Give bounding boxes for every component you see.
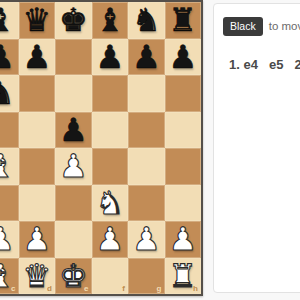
square-g7[interactable]: ♟ [128, 39, 165, 76]
square-e3[interactable] [55, 185, 92, 222]
white-pawn-c2[interactable]: ♟ [0, 221, 19, 258]
square-f1[interactable]: f [92, 258, 129, 295]
black-king-e8[interactable]: ♚ [55, 2, 92, 39]
square-g8[interactable]: ♞ [128, 2, 165, 39]
square-d7[interactable]: ♟ [19, 39, 56, 76]
square-g1[interactable]: g [128, 258, 165, 295]
turn-status-row: Black to move [223, 17, 300, 36]
black-rook-h8[interactable]: ♜ [165, 2, 202, 39]
square-h1[interactable]: h♜ [165, 258, 202, 295]
square-c3[interactable] [0, 185, 19, 222]
square-f7[interactable]: ♟ [92, 39, 129, 76]
white-king-e1[interactable]: ♚ [55, 258, 92, 295]
black-pawn-c7[interactable]: ♟ [0, 39, 19, 76]
board: ♜♝♛♚♝♞♜♟♟♟♟♟♟♟♞♟♝♟♞♟♟♟♟♟♟♟a♜b♞c♝d♛e♚fgh♜ [0, 2, 201, 294]
black-pawn-d7[interactable]: ♟ [19, 39, 56, 76]
white-bishop-c4[interactable]: ♝ [0, 148, 19, 185]
white-knight-f3[interactable]: ♞ [92, 185, 129, 222]
square-f4[interactable] [92, 148, 129, 185]
black-knight-g8[interactable]: ♞ [128, 2, 165, 39]
square-h6[interactable] [165, 75, 202, 112]
square-g2[interactable]: ♟ [128, 221, 165, 258]
square-e7[interactable] [55, 39, 92, 76]
black-pawn-g7[interactable]: ♟ [128, 39, 165, 76]
square-c7[interactable]: ♟ [0, 39, 19, 76]
black-pawn-e5[interactable]: ♟ [55, 112, 92, 149]
square-f3[interactable]: ♞ [92, 185, 129, 222]
move-list: 1. e4e52. N [229, 57, 300, 72]
square-d4[interactable] [19, 148, 56, 185]
square-e6[interactable] [55, 75, 92, 112]
square-d3[interactable] [19, 185, 56, 222]
white-bishop-c1[interactable]: ♝ [0, 258, 19, 295]
black-queen-d8[interactable]: ♛ [19, 2, 56, 39]
black-pawn-f7[interactable]: ♟ [92, 39, 129, 76]
square-d8[interactable]: ♛ [19, 2, 56, 39]
square-f8[interactable]: ♝ [92, 2, 129, 39]
square-e4[interactable]: ♟ [55, 148, 92, 185]
black-pawn-h7[interactable]: ♟ [165, 39, 202, 76]
square-e8[interactable]: ♚ [55, 2, 92, 39]
chess-board-frame: ♜♝♛♚♝♞♜♟♟♟♟♟♟♟♞♟♝♟♞♟♟♟♟♟♟♟a♜b♞c♝d♛e♚fgh♜ [0, 0, 203, 296]
black-knight-c6[interactable]: ♞ [0, 75, 19, 112]
square-h3[interactable] [165, 185, 202, 222]
white-rook-h1[interactable]: ♜ [165, 258, 202, 295]
square-e5[interactable]: ♟ [55, 112, 92, 149]
square-c8[interactable]: ♝ [0, 2, 19, 39]
square-c5[interactable] [0, 112, 19, 149]
square-f2[interactable]: ♟ [92, 221, 129, 258]
move-token-0[interactable]: 1. e4 [229, 57, 258, 72]
white-pawn-h2[interactable]: ♟ [165, 221, 202, 258]
square-h4[interactable] [165, 148, 202, 185]
white-pawn-f2[interactable]: ♟ [92, 221, 129, 258]
square-f5[interactable] [92, 112, 129, 149]
square-d6[interactable] [19, 75, 56, 112]
white-pawn-g2[interactable]: ♟ [128, 221, 165, 258]
move-token-1[interactable]: e5 [269, 57, 283, 72]
move-token-2[interactable]: 2. N [294, 57, 300, 72]
square-e2[interactable] [55, 221, 92, 258]
black-bishop-c8[interactable]: ♝ [0, 2, 19, 39]
white-pawn-e4[interactable]: ♟ [55, 148, 92, 185]
square-g6[interactable] [128, 75, 165, 112]
file-label-f: f [122, 285, 125, 293]
file-label-g: g [157, 285, 162, 293]
square-c2[interactable]: ♟ [0, 221, 19, 258]
square-d5[interactable] [19, 112, 56, 149]
square-g5[interactable] [128, 112, 165, 149]
square-d2[interactable]: ♟ [19, 221, 56, 258]
square-h8[interactable]: ♜ [165, 2, 202, 39]
square-g4[interactable] [128, 148, 165, 185]
square-d1[interactable]: d♛ [19, 258, 56, 295]
square-g3[interactable] [128, 185, 165, 222]
square-h2[interactable]: ♟ [165, 221, 202, 258]
square-h7[interactable]: ♟ [165, 39, 202, 76]
white-pawn-d2[interactable]: ♟ [19, 221, 56, 258]
square-f6[interactable] [92, 75, 129, 112]
turn-badge: Black [223, 17, 263, 36]
square-c1[interactable]: c♝ [0, 258, 19, 295]
square-c4[interactable]: ♝ [0, 148, 19, 185]
white-queen-d1[interactable]: ♛ [19, 258, 56, 295]
black-bishop-f8[interactable]: ♝ [92, 2, 129, 39]
square-c6[interactable]: ♞ [0, 75, 19, 112]
game-info-panel: Black to move 1. e4e52. N [213, 3, 300, 293]
square-h5[interactable] [165, 112, 202, 149]
turn-status-text: to move [269, 20, 300, 32]
square-e1[interactable]: e♚ [55, 258, 92, 295]
